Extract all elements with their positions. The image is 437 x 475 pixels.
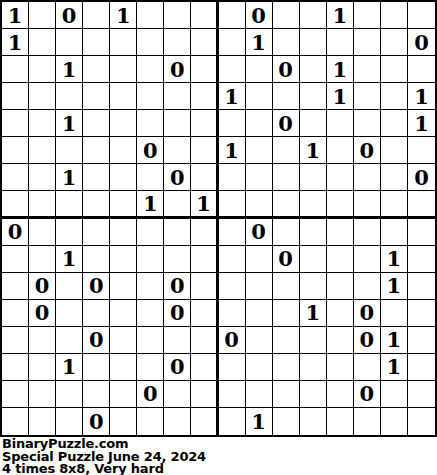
cell-r1c15[interactable] [381, 2, 408, 29]
cell-r14c15: 1 [381, 354, 408, 381]
cell-r14c4[interactable] [83, 354, 110, 381]
cell-r12c5[interactable] [110, 300, 137, 327]
cell-r9c11[interactable] [273, 219, 300, 246]
cell-r13c12[interactable] [300, 327, 327, 354]
cell-r11c9[interactable] [219, 273, 246, 300]
cell-r9c13[interactable] [327, 219, 354, 246]
cell-r1c3: 0 [56, 2, 83, 29]
cell-r8c2[interactable] [29, 191, 56, 218]
cell-r6c15[interactable] [381, 137, 408, 164]
cell-r2c15[interactable] [381, 29, 408, 56]
cell-r6c12: 1 [300, 137, 327, 164]
cell-r10c8[interactable] [191, 246, 218, 273]
cell-r3c16[interactable] [408, 56, 435, 83]
cell-r5c14[interactable] [354, 110, 381, 137]
cell-r13c1[interactable] [2, 327, 29, 354]
cell-r12c10[interactable] [246, 300, 273, 327]
cell-r3c14[interactable] [354, 56, 381, 83]
cell-r1c14[interactable] [354, 2, 381, 29]
cell-r5c13[interactable] [327, 110, 354, 137]
cell-r2c10: 1 [246, 29, 273, 56]
cell-r9c15[interactable] [381, 219, 408, 246]
cell-r11c3[interactable] [56, 273, 83, 300]
cell-r12c14: 0 [354, 300, 381, 327]
cell-r8c15[interactable] [381, 191, 408, 218]
cell-r1c10: 0 [246, 2, 273, 29]
cell-r3c15[interactable] [381, 56, 408, 83]
cell-r2c2[interactable] [29, 29, 56, 56]
cell-r5c2[interactable] [29, 110, 56, 137]
cell-r16c6[interactable] [137, 408, 164, 435]
cell-r10c2[interactable] [29, 246, 56, 273]
cell-r2c12[interactable] [300, 29, 327, 56]
cell-r13c16[interactable] [408, 327, 435, 354]
cell-r4c13: 1 [327, 83, 354, 110]
cell-r4c11[interactable] [273, 83, 300, 110]
cell-r15c16[interactable] [408, 381, 435, 408]
cell-r8c12[interactable] [300, 191, 327, 218]
cell-r13c4: 0 [83, 327, 110, 354]
cell-r4c5[interactable] [110, 83, 137, 110]
cell-r5c10[interactable] [246, 110, 273, 137]
cell-r13c5[interactable] [110, 327, 137, 354]
cell-r4c1[interactable] [2, 83, 29, 110]
cell-r4c9: 1 [219, 83, 246, 110]
cell-r16c8[interactable] [191, 408, 218, 435]
cell-r8c11[interactable] [273, 191, 300, 218]
cell-r1c4[interactable] [83, 2, 110, 29]
cell-r7c7: 0 [164, 164, 191, 191]
cell-r13c11[interactable] [273, 327, 300, 354]
cell-r14c5[interactable] [110, 354, 137, 381]
cell-r2c8[interactable] [191, 29, 218, 56]
cell-r14c3: 1 [56, 354, 83, 381]
cell-r3c6[interactable] [137, 56, 164, 83]
cell-r11c14[interactable] [354, 273, 381, 300]
cell-r6c3[interactable] [56, 137, 83, 164]
cell-r5c3: 1 [56, 110, 83, 137]
cell-r4c7[interactable] [164, 83, 191, 110]
cell-r6c6: 0 [137, 137, 164, 164]
cell-r12c11[interactable] [273, 300, 300, 327]
cell-r5c9[interactable] [219, 110, 246, 137]
cell-r9c1: 0 [2, 219, 29, 246]
puzzle-page: 1010111010011111010110100110010100010010… [0, 0, 437, 475]
cell-r3c10[interactable] [246, 56, 273, 83]
cell-r7c13[interactable] [327, 164, 354, 191]
cell-r1c9[interactable] [219, 2, 246, 29]
cell-r3c12[interactable] [300, 56, 327, 83]
cell-r3c13: 1 [327, 56, 354, 83]
cell-r12c15[interactable] [381, 300, 408, 327]
cell-r7c4[interactable] [83, 164, 110, 191]
cell-r3c4[interactable] [83, 56, 110, 83]
cell-r15c14: 0 [354, 381, 381, 408]
cell-r16c14[interactable] [354, 408, 381, 435]
cell-r6c4[interactable] [83, 137, 110, 164]
cell-r7c16: 0 [408, 164, 435, 191]
cell-r1c11[interactable] [273, 2, 300, 29]
cell-r10c11: 0 [273, 246, 300, 273]
cell-r9c3[interactable] [56, 219, 83, 246]
cell-r14c7: 0 [164, 354, 191, 381]
cell-r10c7[interactable] [164, 246, 191, 273]
cell-r7c15[interactable] [381, 164, 408, 191]
cell-r10c16[interactable] [408, 246, 435, 273]
cell-r4c2[interactable] [29, 83, 56, 110]
cell-r6c2[interactable] [29, 137, 56, 164]
cell-r12c3[interactable] [56, 300, 83, 327]
cell-r1c12[interactable] [300, 2, 327, 29]
cell-r14c6[interactable] [137, 354, 164, 381]
cell-r1c6[interactable] [137, 2, 164, 29]
cell-r2c6[interactable] [137, 29, 164, 56]
cell-r9c14[interactable] [354, 219, 381, 246]
cell-r8c3[interactable] [56, 191, 83, 218]
cell-r11c2: 0 [29, 273, 56, 300]
cell-r8c16[interactable] [408, 191, 435, 218]
cell-r5c4[interactable] [83, 110, 110, 137]
cell-r14c13[interactable] [327, 354, 354, 381]
cell-r14c1[interactable] [2, 354, 29, 381]
cell-r11c7: 0 [164, 273, 191, 300]
cell-r16c12[interactable] [300, 408, 327, 435]
cell-r7c2[interactable] [29, 164, 56, 191]
cell-r8c13[interactable] [327, 191, 354, 218]
cell-r16c13[interactable] [327, 408, 354, 435]
cell-r4c12[interactable] [300, 83, 327, 110]
cell-r5c5[interactable] [110, 110, 137, 137]
binary-puzzle-board: 1010111010011111010110100110010100010010… [0, 0, 437, 437]
cell-r10c12[interactable] [300, 246, 327, 273]
cell-r10c5[interactable] [110, 246, 137, 273]
cell-r16c16[interactable] [408, 408, 435, 435]
cell-r12c7: 0 [164, 300, 191, 327]
cell-r15c1[interactable] [2, 381, 29, 408]
cell-r13c9: 0 [219, 327, 246, 354]
cell-r3c9[interactable] [219, 56, 246, 83]
cell-r13c14: 0 [354, 327, 381, 354]
cell-r11c10[interactable] [246, 273, 273, 300]
cell-r6c9: 1 [219, 137, 246, 164]
cell-r6c16[interactable] [408, 137, 435, 164]
cell-r11c11[interactable] [273, 273, 300, 300]
cell-r16c5[interactable] [110, 408, 137, 435]
cell-r15c7[interactable] [164, 381, 191, 408]
cell-r13c13[interactable] [327, 327, 354, 354]
cell-r14c11[interactable] [273, 354, 300, 381]
cell-r1c5: 1 [110, 2, 137, 29]
cell-r8c5[interactable] [110, 191, 137, 218]
cell-r10c9[interactable] [219, 246, 246, 273]
cell-r2c16: 0 [408, 29, 435, 56]
cell-r15c13[interactable] [327, 381, 354, 408]
cell-r5c7[interactable] [164, 110, 191, 137]
cell-r16c11[interactable] [273, 408, 300, 435]
cell-r13c3[interactable] [56, 327, 83, 354]
cell-r7c14[interactable] [354, 164, 381, 191]
cell-r2c1: 1 [2, 29, 29, 56]
cell-r11c4: 0 [83, 273, 110, 300]
cell-r9c2[interactable] [29, 219, 56, 246]
cell-r8c9[interactable] [219, 191, 246, 218]
cell-r13c10[interactable] [246, 327, 273, 354]
cell-r13c8[interactable] [191, 327, 218, 354]
cell-r16c15[interactable] [381, 408, 408, 435]
cell-r12c6[interactable] [137, 300, 164, 327]
cell-r2c5[interactable] [110, 29, 137, 56]
cell-r14c12[interactable] [300, 354, 327, 381]
cell-r12c8[interactable] [191, 300, 218, 327]
cell-r1c13: 1 [327, 2, 354, 29]
cell-r2c13[interactable] [327, 29, 354, 56]
cell-r1c2[interactable] [29, 2, 56, 29]
cell-r16c4: 0 [83, 408, 110, 435]
cell-r4c6[interactable] [137, 83, 164, 110]
cell-r8c7[interactable] [164, 191, 191, 218]
cell-r14c14[interactable] [354, 354, 381, 381]
footer: BinaryPuzzle.com Special Puzzle June 24,… [0, 437, 437, 475]
cell-r6c10[interactable] [246, 137, 273, 164]
cell-r13c15: 1 [381, 327, 408, 354]
cell-r7c11[interactable] [273, 164, 300, 191]
cell-r4c15[interactable] [381, 83, 408, 110]
cell-r15c12[interactable] [300, 381, 327, 408]
cell-r15c10[interactable] [246, 381, 273, 408]
cell-r8c4[interactable] [83, 191, 110, 218]
cell-r9c4[interactable] [83, 219, 110, 246]
cell-r5c6[interactable] [137, 110, 164, 137]
cell-r8c1[interactable] [2, 191, 29, 218]
cell-r16c1[interactable] [2, 408, 29, 435]
cell-r6c5[interactable] [110, 137, 137, 164]
cell-r10c6[interactable] [137, 246, 164, 273]
cell-r14c8[interactable] [191, 354, 218, 381]
cell-r1c8[interactable] [191, 2, 218, 29]
cell-r12c12: 1 [300, 300, 327, 327]
cell-r15c3[interactable] [56, 381, 83, 408]
cell-r14c2[interactable] [29, 354, 56, 381]
cell-r1c16[interactable] [408, 2, 435, 29]
cell-r12c13[interactable] [327, 300, 354, 327]
cell-r16c9[interactable] [219, 408, 246, 435]
cell-r12c4[interactable] [83, 300, 110, 327]
cell-r11c15: 1 [381, 273, 408, 300]
cell-r11c1[interactable] [2, 273, 29, 300]
cell-r8c6: 1 [137, 191, 164, 218]
cell-r9c10: 0 [246, 219, 273, 246]
cell-r5c8[interactable] [191, 110, 218, 137]
cell-r11c16[interactable] [408, 273, 435, 300]
cell-r6c14: 0 [354, 137, 381, 164]
cell-r5c11: 0 [273, 110, 300, 137]
cell-r7c6[interactable] [137, 164, 164, 191]
cell-r2c4[interactable] [83, 29, 110, 56]
cell-r15c4[interactable] [83, 381, 110, 408]
cell-r3c8[interactable] [191, 56, 218, 83]
cell-r2c14[interactable] [354, 29, 381, 56]
cell-r1c1: 1 [2, 2, 29, 29]
cell-r10c14[interactable] [354, 246, 381, 273]
cell-r12c1[interactable] [2, 300, 29, 327]
cell-r6c11[interactable] [273, 137, 300, 164]
cell-r2c7[interactable] [164, 29, 191, 56]
cell-r10c3: 1 [56, 246, 83, 273]
cell-r3c5[interactable] [110, 56, 137, 83]
cell-r6c7[interactable] [164, 137, 191, 164]
cell-r9c16[interactable] [408, 219, 435, 246]
cell-r12c9[interactable] [219, 300, 246, 327]
cell-r4c16: 1 [408, 83, 435, 110]
cell-r4c4[interactable] [83, 83, 110, 110]
cell-r9c7[interactable] [164, 219, 191, 246]
cell-r5c16: 1 [408, 110, 435, 137]
cell-r16c2[interactable] [29, 408, 56, 435]
cell-r15c9[interactable] [219, 381, 246, 408]
cell-r5c1[interactable] [2, 110, 29, 137]
cell-r4c8[interactable] [191, 83, 218, 110]
cell-r3c1[interactable] [2, 56, 29, 83]
cell-r8c14[interactable] [354, 191, 381, 218]
cell-r7c3: 1 [56, 164, 83, 191]
cell-r7c12[interactable] [300, 164, 327, 191]
cell-r5c15[interactable] [381, 110, 408, 137]
cell-r13c2[interactable] [29, 327, 56, 354]
cell-r7c10[interactable] [246, 164, 273, 191]
cell-r11c8[interactable] [191, 273, 218, 300]
cell-r10c10[interactable] [246, 246, 273, 273]
cell-r3c2[interactable] [29, 56, 56, 83]
cell-r15c2[interactable] [29, 381, 56, 408]
cell-r3c3: 1 [56, 56, 83, 83]
cell-r14c9[interactable] [219, 354, 246, 381]
cell-r8c8: 1 [191, 191, 218, 218]
cell-r10c13[interactable] [327, 246, 354, 273]
cell-r9c6[interactable] [137, 219, 164, 246]
cell-r9c9[interactable] [219, 219, 246, 246]
cell-r7c9[interactable] [219, 164, 246, 191]
cell-r7c5[interactable] [110, 164, 137, 191]
cell-r14c10[interactable] [246, 354, 273, 381]
cell-r7c8[interactable] [191, 164, 218, 191]
cell-r13c6[interactable] [137, 327, 164, 354]
cell-r6c1[interactable] [2, 137, 29, 164]
cell-r8c10[interactable] [246, 191, 273, 218]
cell-r10c4[interactable] [83, 246, 110, 273]
cell-r15c5[interactable] [110, 381, 137, 408]
cell-r15c8[interactable] [191, 381, 218, 408]
cell-r2c3[interactable] [56, 29, 83, 56]
cell-r4c10[interactable] [246, 83, 273, 110]
cell-r15c11[interactable] [273, 381, 300, 408]
cell-r16c7[interactable] [164, 408, 191, 435]
cell-r7c1[interactable] [2, 164, 29, 191]
cell-r6c8[interactable] [191, 137, 218, 164]
cell-r16c3[interactable] [56, 408, 83, 435]
cell-r11c12[interactable] [300, 273, 327, 300]
cell-r9c5[interactable] [110, 219, 137, 246]
cell-r15c6: 0 [137, 381, 164, 408]
cell-r11c6[interactable] [137, 273, 164, 300]
puzzle-spec: 4 times 8x8, Very hard [2, 463, 437, 475]
cell-r12c16[interactable] [408, 300, 435, 327]
cell-r6c13[interactable] [327, 137, 354, 164]
cell-r2c11[interactable] [273, 29, 300, 56]
cell-r11c5[interactable] [110, 273, 137, 300]
cell-r2c9[interactable] [219, 29, 246, 56]
cell-r13c7[interactable] [164, 327, 191, 354]
cell-r4c14[interactable] [354, 83, 381, 110]
cell-r5c12[interactable] [300, 110, 327, 137]
cell-r11c13[interactable] [327, 273, 354, 300]
cell-r3c11: 0 [273, 56, 300, 83]
cell-r10c1[interactable] [2, 246, 29, 273]
cell-r12c2: 0 [29, 300, 56, 327]
cell-r3c7: 0 [164, 56, 191, 83]
cell-r9c8[interactable] [191, 219, 218, 246]
cell-r4c3[interactable] [56, 83, 83, 110]
cell-r1c7[interactable] [164, 2, 191, 29]
cell-r10c15: 1 [381, 246, 408, 273]
cell-r9c12[interactable] [300, 219, 327, 246]
cell-r16c10: 1 [246, 408, 273, 435]
cell-r14c16[interactable] [408, 354, 435, 381]
cell-r15c15[interactable] [381, 381, 408, 408]
